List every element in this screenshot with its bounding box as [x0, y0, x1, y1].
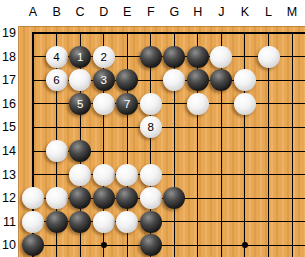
stone-black-C16[interactable]: 5	[69, 93, 91, 115]
stone-black-C14[interactable]	[69, 140, 91, 162]
stone-black-H17[interactable]	[187, 69, 209, 91]
stone-white-H16[interactable]	[187, 93, 209, 115]
stone-white-D11[interactable]	[93, 211, 115, 233]
row-label-11: 11	[0, 215, 16, 229]
stone-white-D16[interactable]	[93, 93, 115, 115]
stone-white-B17[interactable]: 6	[46, 69, 68, 91]
move-number: 4	[53, 46, 59, 68]
column-label-G: G	[162, 5, 186, 19]
stone-black-F11[interactable]	[140, 211, 162, 233]
stone-white-J18[interactable]	[210, 46, 232, 68]
column-label-J: J	[209, 5, 233, 19]
stone-white-D13[interactable]	[93, 164, 115, 186]
stone-black-F10[interactable]	[140, 234, 162, 256]
row-label-16: 16	[0, 97, 16, 111]
move-number: 7	[124, 93, 130, 115]
grid-hline-15	[32, 127, 305, 128]
stone-black-C18[interactable]: 1	[69, 46, 91, 68]
grid-hline-10	[32, 245, 305, 246]
stone-white-B14[interactable]	[46, 140, 68, 162]
column-label-C: C	[68, 5, 92, 19]
stone-white-K16[interactable]	[234, 93, 256, 115]
column-label-B: B	[45, 5, 69, 19]
column-label-D: D	[92, 5, 116, 19]
grid-vline-K	[244, 32, 245, 257]
column-label-A: A	[21, 5, 45, 19]
stone-white-D18[interactable]: 2	[93, 46, 115, 68]
row-label-18: 18	[0, 50, 16, 64]
stone-black-J17[interactable]	[210, 69, 232, 91]
stone-white-C13[interactable]	[69, 164, 91, 186]
move-number: 5	[77, 93, 83, 115]
board-layer: 41263578	[0, 0, 305, 257]
stone-white-A11[interactable]	[22, 211, 44, 233]
go-board-diagram: 41263578 ABCDEFGHJKLM 191817161514131211…	[0, 0, 305, 257]
row-label-19: 19	[0, 26, 16, 40]
row-label-15: 15	[0, 120, 16, 134]
column-label-K: K	[233, 5, 257, 19]
column-label-E: E	[115, 5, 139, 19]
move-number: 1	[77, 46, 83, 68]
move-number: 2	[100, 46, 106, 68]
column-label-H: H	[186, 5, 210, 19]
move-number: 8	[148, 116, 154, 138]
star-point-K10	[242, 242, 248, 248]
stone-black-H18[interactable]	[187, 46, 209, 68]
stone-black-G12[interactable]	[163, 187, 185, 209]
stone-white-F13[interactable]	[140, 164, 162, 186]
stone-white-C17[interactable]	[69, 69, 91, 91]
stone-white-B12[interactable]	[46, 187, 68, 209]
stone-white-E11[interactable]	[116, 211, 138, 233]
stone-black-B11[interactable]	[46, 211, 68, 233]
grid-hline-19	[32, 32, 305, 34]
stone-black-A10[interactable]	[22, 234, 44, 256]
stone-white-F15[interactable]: 8	[140, 116, 162, 138]
move-number: 3	[100, 69, 106, 91]
grid-vline-M	[292, 32, 293, 257]
stone-white-G17[interactable]	[163, 69, 185, 91]
stone-black-D12[interactable]	[93, 187, 115, 209]
row-label-14: 14	[0, 144, 16, 158]
stone-black-D17[interactable]: 3	[93, 69, 115, 91]
stone-black-E17[interactable]	[116, 69, 138, 91]
stone-black-E12[interactable]	[116, 187, 138, 209]
column-label-M: M	[280, 5, 304, 19]
stone-white-F12[interactable]	[140, 187, 162, 209]
star-point-D10	[101, 242, 107, 248]
stone-white-E13[interactable]	[116, 164, 138, 186]
row-label-10: 10	[0, 238, 16, 252]
stone-white-K17[interactable]	[234, 69, 256, 91]
row-label-17: 17	[0, 73, 16, 87]
row-label-13: 13	[0, 168, 16, 182]
stone-black-F18[interactable]	[140, 46, 162, 68]
stone-white-L18[interactable]	[258, 46, 280, 68]
stone-black-G18[interactable]	[163, 46, 185, 68]
column-label-L: L	[257, 5, 281, 19]
stone-white-F16[interactable]	[140, 93, 162, 115]
stone-black-E16[interactable]: 7	[116, 93, 138, 115]
column-label-F: F	[139, 5, 163, 19]
row-label-12: 12	[0, 191, 16, 205]
move-number: 6	[53, 69, 59, 91]
stone-white-A12[interactable]	[22, 187, 44, 209]
stone-black-C11[interactable]	[69, 211, 91, 233]
stone-black-C12[interactable]	[69, 187, 91, 209]
stone-white-B18[interactable]: 4	[46, 46, 68, 68]
